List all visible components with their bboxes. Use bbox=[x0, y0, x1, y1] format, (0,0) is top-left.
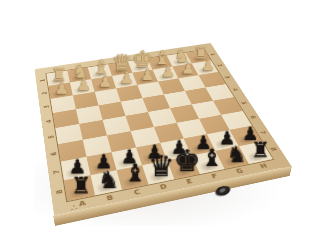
black-queen: ♛ bbox=[148, 152, 175, 181]
square-d4 bbox=[121, 98, 148, 116]
square-b8: ♞ bbox=[91, 170, 123, 195]
black-king: ♚ bbox=[174, 146, 201, 176]
square-b2: ♟ bbox=[70, 79, 95, 95]
square-d5 bbox=[126, 112, 154, 131]
white-pawn: ♟ bbox=[137, 67, 158, 83]
white-pawn: ♟ bbox=[178, 61, 199, 77]
black-bishop: ♝ bbox=[122, 161, 149, 186]
white-pawn: ♟ bbox=[94, 74, 116, 90]
product-photo-stage: 12345678 12345678 ABCDEFGH ∴ ♜♞♝♛♚♝♞♜♟♟♟… bbox=[0, 0, 310, 238]
square-e4 bbox=[142, 94, 170, 112]
black-rook: ♜ bbox=[248, 139, 274, 160]
clasp-latch-icon bbox=[213, 186, 232, 196]
square-c2: ♟ bbox=[91, 76, 116, 92]
black-bishop: ♝ bbox=[199, 147, 225, 171]
chess-board: 12345678 12345678 ABCDEFGH ∴ ♜♞♝♛♚♝♞♜♟♟♟… bbox=[35, 43, 292, 215]
white-pawn: ♟ bbox=[157, 64, 178, 80]
scene: 12345678 12345678 ABCDEFGH ∴ ♜♞♝♛♚♝♞♜♟♟♟… bbox=[0, 0, 310, 238]
black-rook: ♜ bbox=[67, 174, 95, 197]
square-a8: ♜ bbox=[64, 175, 95, 201]
white-pawn: ♟ bbox=[73, 77, 95, 93]
black-knight: ♞ bbox=[223, 143, 249, 166]
black-knight: ♞ bbox=[95, 168, 122, 192]
white-pawn: ♟ bbox=[116, 70, 138, 86]
